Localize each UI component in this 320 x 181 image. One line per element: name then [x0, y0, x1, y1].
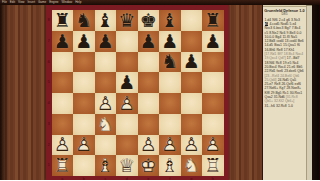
- square-a2[interactable]: ♟♙: [52, 135, 74, 156]
- square-g4[interactable]: [181, 93, 203, 114]
- menu-item-window[interactable]: Window: [62, 1, 73, 4]
- square-c2[interactable]: [95, 135, 117, 156]
- square-h5[interactable]: [202, 72, 224, 93]
- app-window: FileEditViewInsertGameEngineWindowHelp 8…: [0, 0, 320, 180]
- piece-black-pawn[interactable]: ♟: [97, 31, 114, 50]
- piece-white-pawn[interactable]: ♟♙: [140, 135, 157, 154]
- menu-item-engine[interactable]: Engine: [49, 1, 58, 4]
- file-label-a: a: [52, 177, 74, 181]
- square-b4[interactable]: [73, 93, 95, 114]
- square-h2[interactable]: ♟♙: [202, 135, 224, 156]
- square-a4[interactable]: [52, 93, 74, 114]
- piece-black-knight[interactable]: ♞: [161, 52, 178, 71]
- file-label-b: b: [73, 177, 95, 181]
- piece-black-rook[interactable]: ♜: [204, 10, 221, 29]
- board-grid: ♜♞♝♛♚♝♜♟♟♟♟♟♟♞♟♟♟♙♟♙♞♘♟♙♟♙♟♙♟♙♟♙♟♙♜♖♝♗♛♕…: [52, 10, 224, 176]
- piece-black-king[interactable]: ♚: [140, 10, 157, 29]
- piece-white-pawn[interactable]: ♟♙: [54, 135, 71, 154]
- square-a5[interactable]: [52, 72, 74, 93]
- square-f4[interactable]: [159, 93, 181, 114]
- square-d1[interactable]: ♛♕: [116, 155, 138, 176]
- square-b1[interactable]: [73, 155, 95, 176]
- square-c5[interactable]: [95, 72, 117, 93]
- square-g7[interactable]: [181, 31, 203, 52]
- piece-white-knight[interactable]: ♞♘: [97, 114, 114, 133]
- piece-white-rook[interactable]: ♜♖: [204, 156, 221, 175]
- square-f1[interactable]: ♝♗: [159, 155, 181, 176]
- piece-black-pawn[interactable]: ♟: [183, 52, 200, 71]
- piece-black-pawn[interactable]: ♟: [75, 31, 92, 50]
- menu-item-file[interactable]: File: [2, 1, 7, 4]
- square-b2[interactable]: ♟♙: [73, 135, 95, 156]
- square-c6[interactable]: [95, 52, 117, 73]
- square-c7[interactable]: ♟: [95, 31, 117, 52]
- menu-item-edit[interactable]: Edit: [10, 1, 15, 4]
- square-g3[interactable]: [181, 114, 203, 135]
- piece-black-bishop[interactable]: ♝: [97, 10, 114, 29]
- square-h4[interactable]: [202, 93, 224, 114]
- piece-white-queen[interactable]: ♛♕: [118, 156, 135, 175]
- menu-item-view[interactable]: View: [18, 1, 24, 4]
- piece-white-pawn[interactable]: ♟♙: [97, 93, 114, 112]
- file-label-h: h: [202, 177, 224, 181]
- piece-white-rook[interactable]: ♜♖: [54, 156, 71, 175]
- square-d8[interactable]: ♛: [116, 10, 138, 31]
- square-g5[interactable]: [181, 72, 203, 93]
- piece-black-rook[interactable]: ♜: [54, 10, 71, 29]
- menu-item-game[interactable]: Game: [38, 1, 46, 4]
- file-label-f: f: [159, 177, 181, 181]
- square-b3[interactable]: [73, 114, 95, 135]
- piece-black-pawn[interactable]: ♟: [161, 31, 178, 50]
- square-b8[interactable]: ♞: [73, 10, 95, 31]
- square-g2[interactable]: ♟♙: [181, 135, 203, 156]
- piece-black-knight[interactable]: ♞: [75, 10, 92, 29]
- square-a8[interactable]: ♜: [52, 10, 74, 31]
- scrollbar[interactable]: ▲: [306, 0, 312, 180]
- square-b7[interactable]: ♟: [73, 31, 95, 52]
- square-f5[interactable]: [159, 72, 181, 93]
- piece-black-pawn[interactable]: ♟: [140, 31, 157, 50]
- square-e2[interactable]: ♟♙: [138, 135, 160, 156]
- square-d2[interactable]: [116, 135, 138, 156]
- piece-white-bishop[interactable]: ♝♗: [161, 156, 178, 175]
- square-b5[interactable]: [73, 72, 95, 93]
- chess-board: 87654321 abcdefgh ♜♞♝♛♚♝♜♟♟♟♟♟♟♞♟♟♟♙♟♙♞♘…: [46, 5, 229, 180]
- square-f6[interactable]: ♞: [159, 52, 181, 73]
- square-g6[interactable]: ♟: [181, 52, 203, 73]
- square-e8[interactable]: ♚: [138, 10, 160, 31]
- file-label-c: c: [95, 177, 117, 181]
- square-a7[interactable]: ♟: [52, 31, 74, 52]
- square-e3[interactable]: [138, 114, 160, 135]
- game-header-eco: D85: [264, 13, 305, 17]
- square-c3[interactable]: ♞♘: [95, 114, 117, 135]
- square-d7[interactable]: [116, 31, 138, 52]
- piece-white-king[interactable]: ♚♔: [140, 156, 157, 175]
- mainline-text[interactable]: 4.cxd5 Nxd5 5.e4 Nxc3 6.bxc3 Bg7 7.Bc4 c…: [265, 22, 304, 52]
- square-c8[interactable]: ♝: [95, 10, 117, 31]
- square-b6[interactable]: [73, 52, 95, 73]
- square-h6[interactable]: [202, 52, 224, 73]
- piece-black-pawn[interactable]: ♟: [54, 31, 71, 50]
- square-e1[interactable]: ♚♔: [138, 155, 160, 176]
- square-e6[interactable]: [138, 52, 160, 73]
- piece-white-pawn[interactable]: ♟♙: [161, 135, 178, 154]
- square-e5[interactable]: [138, 72, 160, 93]
- file-label-g: g: [181, 177, 203, 181]
- square-d5[interactable]: ♟: [116, 72, 138, 93]
- square-d3[interactable]: [116, 114, 138, 135]
- square-a6[interactable]: [52, 52, 74, 73]
- piece-white-pawn[interactable]: ♟♙: [204, 135, 221, 154]
- square-a3[interactable]: [52, 114, 74, 135]
- menu-item-insert[interactable]: Insert: [27, 1, 35, 4]
- square-c1[interactable]: ♝♗: [95, 155, 117, 176]
- file-label-d: d: [116, 177, 138, 181]
- square-h3[interactable]: [202, 114, 224, 135]
- piece-white-knight[interactable]: ♞♘: [183, 156, 200, 175]
- square-h8[interactable]: ♜: [202, 10, 224, 31]
- menu-item-help[interactable]: Help: [75, 1, 81, 4]
- piece-white-pawn[interactable]: ♟♙: [183, 135, 200, 154]
- file-label-e: e: [138, 177, 160, 181]
- square-g8[interactable]: [181, 10, 203, 31]
- piece-black-pawn[interactable]: ♟: [204, 31, 221, 50]
- piece-white-bishop[interactable]: ♝♗: [97, 156, 114, 175]
- square-a1[interactable]: ♜♖: [52, 155, 74, 176]
- square-f7[interactable]: ♟: [159, 31, 181, 52]
- square-c4[interactable]: ♟♙: [95, 93, 117, 114]
- square-e4[interactable]: [138, 93, 160, 114]
- square-f8[interactable]: ♝: [159, 10, 181, 31]
- square-h7[interactable]: ♟: [202, 31, 224, 52]
- square-h1[interactable]: ♜♖: [202, 155, 224, 176]
- piece-black-bishop[interactable]: ♝: [161, 10, 178, 29]
- piece-black-queen[interactable]: ♛: [118, 10, 135, 29]
- mainline-text[interactable]: 31...h6 32.Rc8 1-0: [265, 104, 293, 108]
- square-f3[interactable]: [159, 114, 181, 135]
- square-d4[interactable]: ♟♙: [116, 93, 138, 114]
- piece-white-pawn[interactable]: ♟♙: [75, 135, 92, 154]
- piece-white-pawn[interactable]: ♟♙: [118, 93, 135, 112]
- menubar: FileEditViewInsertGameEngineWindowHelp: [0, 0, 320, 5]
- square-d6[interactable]: [116, 52, 138, 73]
- piece-black-pawn[interactable]: ♟: [118, 73, 135, 92]
- move-list[interactable]: 1.d4 Nf6 2.c4 g6 3.Nc3 d5 4.cxd5 Nxd5 5.…: [265, 18, 305, 108]
- square-e7[interactable]: ♟: [138, 31, 160, 52]
- square-g1[interactable]: ♞♘: [181, 155, 203, 176]
- square-f2[interactable]: ♟♙: [159, 135, 181, 156]
- notation-panel: NotationTrainingScoreInfoSetup Gruenfeld…: [262, 0, 312, 180]
